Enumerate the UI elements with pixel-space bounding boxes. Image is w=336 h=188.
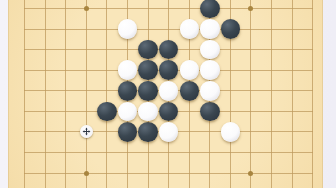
app-screen bbox=[0, 0, 336, 188]
white-stone bbox=[118, 19, 138, 39]
star-point bbox=[84, 6, 89, 11]
star-point bbox=[248, 6, 253, 11]
grid-line-horizontal bbox=[24, 8, 313, 9]
gomoku-board[interactable] bbox=[8, 0, 323, 188]
black-stone bbox=[138, 122, 158, 142]
cursor-marker bbox=[80, 125, 93, 138]
grid-line-horizontal bbox=[24, 29, 313, 30]
black-stone bbox=[159, 60, 179, 80]
black-stone bbox=[138, 60, 158, 80]
white-stone bbox=[180, 19, 200, 39]
grid-line-horizontal bbox=[24, 173, 313, 174]
black-stone bbox=[159, 102, 179, 122]
white-stone bbox=[118, 60, 138, 80]
black-stone bbox=[200, 0, 220, 18]
black-stone bbox=[118, 122, 138, 142]
white-stone bbox=[159, 122, 179, 142]
black-stone bbox=[97, 102, 117, 122]
white-stone bbox=[200, 19, 220, 39]
white-stone bbox=[200, 60, 220, 80]
white-stone bbox=[138, 102, 158, 122]
white-stone bbox=[200, 40, 220, 60]
black-stone bbox=[180, 81, 200, 101]
black-stone bbox=[200, 102, 220, 122]
black-stone bbox=[221, 19, 241, 39]
move-crosshair-icon bbox=[82, 127, 91, 136]
white-stone bbox=[221, 122, 241, 142]
white-stone bbox=[159, 81, 179, 101]
black-stone bbox=[138, 81, 158, 101]
star-point bbox=[84, 171, 89, 176]
white-stone bbox=[118, 102, 138, 122]
white-stone bbox=[180, 60, 200, 80]
grid-line-horizontal bbox=[24, 152, 313, 153]
black-stone bbox=[118, 81, 138, 101]
black-stone bbox=[159, 40, 179, 60]
white-stone bbox=[200, 81, 220, 101]
star-point bbox=[248, 171, 253, 176]
black-stone bbox=[138, 40, 158, 60]
